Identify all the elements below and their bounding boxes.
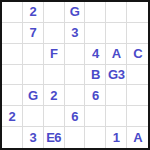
cell-r6c6[interactable] xyxy=(106,106,127,127)
cell-r7c6: 1 xyxy=(106,127,127,148)
cell-r1c1[interactable] xyxy=(2,2,23,23)
cell-r5c1[interactable] xyxy=(2,85,23,106)
cell-r5c5: 6 xyxy=(85,85,106,106)
cell-r7c5[interactable] xyxy=(85,127,106,148)
cell-r7c3: E6 xyxy=(44,127,65,148)
cell-r3c3: F xyxy=(44,44,65,65)
cell-r6c3[interactable] xyxy=(44,106,65,127)
cell-r3c1[interactable] xyxy=(2,44,23,65)
cell-r6c5[interactable] xyxy=(85,106,106,127)
cell-r1c2: 2 xyxy=(23,2,44,23)
cell-r4c1[interactable] xyxy=(2,65,23,86)
cell-r2c5[interactable] xyxy=(85,23,106,44)
cell-r7c2: 3 xyxy=(23,127,44,148)
cell-r5c3: 2 xyxy=(44,85,65,106)
cell-r1c7[interactable] xyxy=(127,2,148,23)
cell-r5c4[interactable] xyxy=(65,85,86,106)
cell-r7c1[interactable] xyxy=(2,127,23,148)
cell-r3c4[interactable] xyxy=(65,44,86,65)
cell-r6c7[interactable] xyxy=(127,106,148,127)
cell-r3c2[interactable] xyxy=(23,44,44,65)
cell-r4c7[interactable] xyxy=(127,65,148,86)
cell-r1c5[interactable] xyxy=(85,2,106,23)
cell-r2c7[interactable] xyxy=(127,23,148,44)
cell-r5c7[interactable] xyxy=(127,85,148,106)
cell-r6c1: 2 xyxy=(2,106,23,127)
cell-r4c3[interactable] xyxy=(44,65,65,86)
cell-r4c2[interactable] xyxy=(23,65,44,86)
cell-r7c4[interactable] xyxy=(65,127,86,148)
cell-r1c4: G xyxy=(65,2,86,23)
cell-r3c6: A xyxy=(106,44,127,65)
cell-r7c7: A xyxy=(127,127,148,148)
cell-r5c2: G xyxy=(23,85,44,106)
cell-r4c6: G3 xyxy=(106,65,127,86)
cell-r2c4: 3 xyxy=(65,23,86,44)
cell-r5c6[interactable] xyxy=(106,85,127,106)
cell-r2c2: 7 xyxy=(23,23,44,44)
cell-r3c5: 4 xyxy=(85,44,106,65)
cell-r4c5: B xyxy=(85,65,106,86)
cell-r6c2[interactable] xyxy=(23,106,44,127)
cell-r4c4[interactable] xyxy=(65,65,86,86)
cell-r3c7: C xyxy=(127,44,148,65)
puzzle-board: 2 G 7 3 F 4 A C B G3 G 2 6 2 6 3 E6 1 A xyxy=(0,0,150,150)
cell-r1c3[interactable] xyxy=(44,2,65,23)
cell-r2c6[interactable] xyxy=(106,23,127,44)
cell-r6c4: 6 xyxy=(65,106,86,127)
cell-r2c3[interactable] xyxy=(44,23,65,44)
cell-r1c6[interactable] xyxy=(106,2,127,23)
cell-r2c1[interactable] xyxy=(2,23,23,44)
